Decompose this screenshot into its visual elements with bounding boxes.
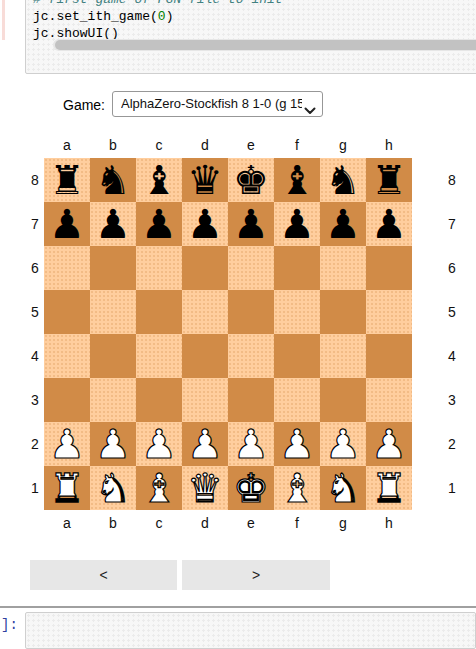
square-f2[interactable]: ♟ bbox=[274, 422, 320, 466]
file-label-g: g bbox=[320, 137, 366, 153]
square-a3[interactable] bbox=[44, 378, 90, 422]
white-rook: ♜ bbox=[371, 466, 407, 510]
square-h5[interactable] bbox=[366, 290, 412, 334]
square-h1[interactable]: ♜ bbox=[366, 466, 412, 510]
square-f8[interactable]: ♝ bbox=[274, 158, 320, 202]
white-rook: ♜ bbox=[49, 466, 85, 510]
square-f1[interactable]: ♝ bbox=[274, 466, 320, 510]
square-f5[interactable] bbox=[274, 290, 320, 334]
square-a5[interactable] bbox=[44, 290, 90, 334]
black-pawn: ♟ bbox=[233, 202, 269, 246]
square-d8[interactable]: ♛ bbox=[182, 158, 228, 202]
square-g8[interactable]: ♞ bbox=[320, 158, 366, 202]
square-h7[interactable]: ♟ bbox=[366, 202, 412, 246]
rank-label-3: 3 bbox=[27, 378, 43, 422]
square-c7[interactable]: ♟ bbox=[136, 202, 182, 246]
black-rook: ♜ bbox=[49, 158, 85, 202]
white-king: ♚ bbox=[233, 466, 269, 510]
square-b6[interactable] bbox=[90, 246, 136, 290]
code-editor[interactable]: # first game of PGN file to initjc.set_i… bbox=[33, 0, 476, 42]
rank-label-2: 2 bbox=[444, 422, 460, 466]
game-select-value: AlphaZero-Stockfish 8 1-0 (g 15 bbox=[121, 92, 302, 116]
file-labels-bottom: abcdefgh bbox=[44, 515, 412, 531]
square-a4[interactable] bbox=[44, 334, 90, 378]
square-g1[interactable]: ♞ bbox=[320, 466, 366, 510]
square-c6[interactable] bbox=[136, 246, 182, 290]
file-labels-top: abcdefgh bbox=[44, 137, 412, 153]
black-pawn: ♟ bbox=[187, 202, 223, 246]
square-b3[interactable] bbox=[90, 378, 136, 422]
square-e2[interactable]: ♟ bbox=[228, 422, 274, 466]
square-d3[interactable] bbox=[182, 378, 228, 422]
code-line-2: jc.set_ith_game( bbox=[33, 9, 158, 24]
white-pawn: ♟ bbox=[233, 422, 269, 466]
white-queen: ♛ bbox=[187, 466, 223, 510]
square-f4[interactable] bbox=[274, 334, 320, 378]
square-a8[interactable]: ♜ bbox=[44, 158, 90, 202]
white-bishop: ♝ bbox=[141, 466, 177, 510]
file-label-d: d bbox=[182, 137, 228, 153]
square-b4[interactable] bbox=[90, 334, 136, 378]
square-e5[interactable] bbox=[228, 290, 274, 334]
square-c5[interactable] bbox=[136, 290, 182, 334]
square-c1[interactable]: ♝ bbox=[136, 466, 182, 510]
left-edge-artifact bbox=[2, 0, 5, 40]
white-pawn: ♟ bbox=[325, 422, 361, 466]
square-g6[interactable] bbox=[320, 246, 366, 290]
file-label-f: f bbox=[274, 137, 320, 153]
black-pawn: ♟ bbox=[325, 202, 361, 246]
file-label-c: c bbox=[136, 137, 182, 153]
rank-label-5: 5 bbox=[444, 290, 460, 334]
square-c2[interactable]: ♟ bbox=[136, 422, 182, 466]
rank-label-2: 2 bbox=[27, 422, 43, 466]
square-g3[interactable] bbox=[320, 378, 366, 422]
rank-label-7: 7 bbox=[444, 202, 460, 246]
square-b5[interactable] bbox=[90, 290, 136, 334]
black-bishop: ♝ bbox=[279, 158, 315, 202]
square-c4[interactable] bbox=[136, 334, 182, 378]
file-label-a: a bbox=[44, 515, 90, 531]
scrollbar-thumb[interactable] bbox=[55, 40, 476, 50]
square-e3[interactable] bbox=[228, 378, 274, 422]
square-c8[interactable]: ♝ bbox=[136, 158, 182, 202]
square-e4[interactable] bbox=[228, 334, 274, 378]
black-pawn: ♟ bbox=[141, 202, 177, 246]
rank-label-4: 4 bbox=[27, 334, 43, 378]
black-knight: ♞ bbox=[325, 158, 361, 202]
white-knight: ♞ bbox=[325, 466, 361, 510]
square-a2[interactable]: ♟ bbox=[44, 422, 90, 466]
chess-board: ♜♞♝♛♚♝♞♜♟♟♟♟♟♟♟♟♟♟♟♟♟♟♟♟♜♞♝♛♚♝♞♜ bbox=[44, 158, 412, 510]
file-label-e: e bbox=[228, 137, 274, 153]
rank-label-6: 6 bbox=[27, 246, 43, 290]
file-label-e: e bbox=[228, 515, 274, 531]
square-d4[interactable] bbox=[182, 334, 228, 378]
white-pawn: ♟ bbox=[49, 422, 85, 466]
black-bishop: ♝ bbox=[141, 158, 177, 202]
square-e6[interactable] bbox=[228, 246, 274, 290]
square-h6[interactable] bbox=[366, 246, 412, 290]
white-bishop: ♝ bbox=[279, 466, 315, 510]
square-e1[interactable]: ♚ bbox=[228, 466, 274, 510]
square-g2[interactable]: ♟ bbox=[320, 422, 366, 466]
rank-label-8: 8 bbox=[27, 158, 43, 202]
square-d6[interactable] bbox=[182, 246, 228, 290]
chevron-down-icon bbox=[304, 101, 316, 119]
square-g5[interactable] bbox=[320, 290, 366, 334]
black-queen: ♛ bbox=[187, 158, 223, 202]
white-pawn: ♟ bbox=[187, 422, 223, 466]
square-f6[interactable] bbox=[274, 246, 320, 290]
white-pawn: ♟ bbox=[95, 422, 131, 466]
game-select-dropdown[interactable]: AlphaZero-Stockfish 8 1-0 (g 15 bbox=[112, 91, 323, 117]
file-label-b: b bbox=[90, 137, 136, 153]
square-a6[interactable] bbox=[44, 246, 90, 290]
code-cell[interactable]: # first game of PGN file to initjc.set_i… bbox=[25, 0, 476, 74]
black-pawn: ♟ bbox=[279, 202, 315, 246]
rank-labels-right: 87654321 bbox=[444, 158, 460, 510]
square-e8[interactable]: ♚ bbox=[228, 158, 274, 202]
square-b8[interactable]: ♞ bbox=[90, 158, 136, 202]
square-f3[interactable] bbox=[274, 378, 320, 422]
square-h3[interactable] bbox=[366, 378, 412, 422]
file-label-a: a bbox=[44, 137, 90, 153]
square-d2[interactable]: ♟ bbox=[182, 422, 228, 466]
square-e7[interactable]: ♟ bbox=[228, 202, 274, 246]
next-move-button[interactable]: > bbox=[182, 560, 330, 590]
black-pawn: ♟ bbox=[95, 202, 131, 246]
rank-label-1: 1 bbox=[27, 466, 43, 510]
file-label-g: g bbox=[320, 515, 366, 531]
square-b2[interactable]: ♟ bbox=[90, 422, 136, 466]
white-pawn: ♟ bbox=[279, 422, 315, 466]
white-pawn: ♟ bbox=[371, 422, 407, 466]
square-b7[interactable]: ♟ bbox=[90, 202, 136, 246]
black-pawn: ♟ bbox=[49, 202, 85, 246]
file-label-h: h bbox=[366, 137, 412, 153]
code-number-arg: 0 bbox=[158, 9, 166, 24]
file-label-d: d bbox=[182, 515, 228, 531]
horizontal-scrollbar[interactable] bbox=[53, 39, 476, 51]
rank-label-7: 7 bbox=[27, 202, 43, 246]
rank-label-3: 3 bbox=[444, 378, 460, 422]
white-knight: ♞ bbox=[95, 466, 131, 510]
square-a1[interactable]: ♜ bbox=[44, 466, 90, 510]
game-select-label: Game: bbox=[63, 97, 105, 113]
black-king: ♚ bbox=[233, 158, 269, 202]
square-d1[interactable]: ♛ bbox=[182, 466, 228, 510]
black-rook: ♜ bbox=[371, 158, 407, 202]
square-g4[interactable] bbox=[320, 334, 366, 378]
input-prompt: ]: bbox=[1, 617, 18, 633]
square-h4[interactable] bbox=[366, 334, 412, 378]
square-h8[interactable]: ♜ bbox=[366, 158, 412, 202]
rank-label-1: 1 bbox=[444, 466, 460, 510]
square-c3[interactable] bbox=[136, 378, 182, 422]
empty-code-cell[interactable] bbox=[25, 612, 476, 649]
previous-move-button[interactable]: < bbox=[30, 560, 177, 590]
code-line-2-close: ) bbox=[166, 9, 174, 24]
rank-label-4: 4 bbox=[444, 334, 460, 378]
square-b1[interactable]: ♞ bbox=[90, 466, 136, 510]
rank-label-5: 5 bbox=[27, 290, 43, 334]
file-label-h: h bbox=[366, 515, 412, 531]
rank-labels-left: 87654321 bbox=[27, 158, 43, 510]
code-comment: # first game of PGN file to init bbox=[33, 0, 283, 7]
square-f7[interactable]: ♟ bbox=[274, 202, 320, 246]
square-g7[interactable]: ♟ bbox=[320, 202, 366, 246]
square-h2[interactable]: ♟ bbox=[366, 422, 412, 466]
cell-divider bbox=[0, 606, 476, 608]
file-label-c: c bbox=[136, 515, 182, 531]
black-pawn: ♟ bbox=[371, 202, 407, 246]
rank-label-6: 6 bbox=[444, 246, 460, 290]
file-label-f: f bbox=[274, 515, 320, 531]
square-d5[interactable] bbox=[182, 290, 228, 334]
file-label-b: b bbox=[90, 515, 136, 531]
rank-label-8: 8 bbox=[444, 158, 460, 202]
square-d7[interactable]: ♟ bbox=[182, 202, 228, 246]
white-pawn: ♟ bbox=[141, 422, 177, 466]
square-a7[interactable]: ♟ bbox=[44, 202, 90, 246]
black-knight: ♞ bbox=[95, 158, 131, 202]
